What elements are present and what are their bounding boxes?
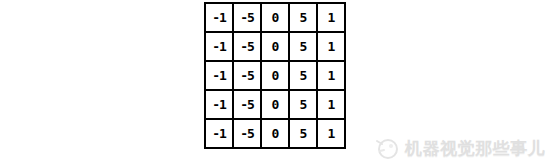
grid-cell-r2c1: -5 bbox=[234, 62, 260, 89]
grid-cell-r1c0: -1 bbox=[206, 33, 232, 60]
grid-cell-r1c4: 1 bbox=[318, 33, 344, 60]
grid-cell-r4c1: -5 bbox=[234, 120, 260, 147]
grid-cell-r1c3: 5 bbox=[290, 33, 316, 60]
watermark: 机器视觉那些事儿 bbox=[374, 135, 545, 161]
grid-cell-r2c4: 1 bbox=[318, 62, 344, 89]
grid-cell-r3c0: -1 bbox=[206, 91, 232, 118]
watermark-logo-icon bbox=[374, 135, 400, 161]
grid-cell-r4c3: 5 bbox=[290, 120, 316, 147]
matrix-grid: -1-5051-1-5051-1-5051-1-5051-1-5051 bbox=[204, 2, 346, 149]
grid-cell-r4c4: 1 bbox=[318, 120, 344, 147]
grid-cell-r4c0: -1 bbox=[206, 120, 232, 147]
grid-cell-r2c0: -1 bbox=[206, 62, 232, 89]
grid-cell-r0c3: 5 bbox=[290, 4, 316, 31]
grid-cell-r0c1: -5 bbox=[234, 4, 260, 31]
watermark-text: 机器视觉那些事儿 bbox=[405, 137, 545, 160]
grid-cell-r1c1: -5 bbox=[234, 33, 260, 60]
grid-cell-r0c4: 1 bbox=[318, 4, 344, 31]
grid-cell-r1c2: 0 bbox=[262, 33, 288, 60]
grid-cell-r2c3: 5 bbox=[290, 62, 316, 89]
grid-cell-r3c4: 1 bbox=[318, 91, 344, 118]
grid-cell-r2c2: 0 bbox=[262, 62, 288, 89]
grid-cell-r3c1: -5 bbox=[234, 91, 260, 118]
grid-cell-r3c2: 0 bbox=[262, 91, 288, 118]
grid-cell-r0c0: -1 bbox=[206, 4, 232, 31]
grid-cell-r0c2: 0 bbox=[262, 4, 288, 31]
grid-cell-r3c3: 5 bbox=[290, 91, 316, 118]
grid-cell-r4c2: 0 bbox=[262, 120, 288, 147]
page-canvas: -1-5051-1-5051-1-5051-1-5051-1-5051 机器视觉… bbox=[0, 0, 554, 168]
